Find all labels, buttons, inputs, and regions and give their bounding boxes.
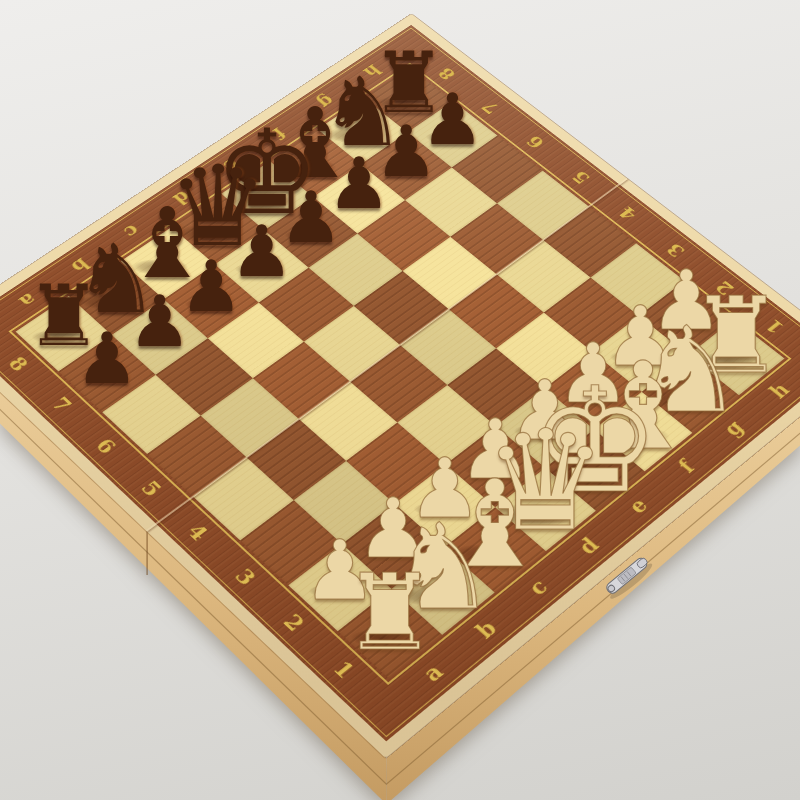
- piece-white-rook-a1[interactable]: ♜: [343, 560, 437, 665]
- piece-black-pawn-a7[interactable]: ♟: [75, 324, 138, 395]
- scene: chess aa88bb77cc66dd55ee44ff33gg22hh11 ♜…: [0, 0, 800, 800]
